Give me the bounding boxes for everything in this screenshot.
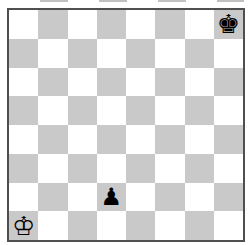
square-a3[interactable] [9,154,38,183]
square-f1[interactable] [155,211,184,240]
square-h6[interactable] [214,68,243,97]
square-b4[interactable] [38,125,67,154]
white-king-piece: ♔ [12,213,35,239]
chess-board: ♚♟♔ [7,8,245,242]
square-e4[interactable] [126,125,155,154]
square-d8[interactable] [97,10,126,39]
cropped-diagram-strip [217,0,244,2]
square-h1[interactable] [214,211,243,240]
square-d2[interactable]: ♟ [97,183,126,212]
square-b7[interactable] [38,39,67,68]
square-d7[interactable] [97,39,126,68]
square-c4[interactable] [68,125,97,154]
square-c8[interactable] [68,10,97,39]
square-d4[interactable] [97,125,126,154]
square-a4[interactable] [9,125,38,154]
square-c3[interactable] [68,154,97,183]
black-king-piece: ♚ [217,11,240,37]
square-f3[interactable] [155,154,184,183]
square-c7[interactable] [68,39,97,68]
square-f6[interactable] [155,68,184,97]
square-a1[interactable]: ♔ [9,211,38,240]
square-b1[interactable] [38,211,67,240]
square-g5[interactable] [185,96,214,125]
square-d6[interactable] [97,68,126,97]
cropped-diagram-strip [158,0,186,2]
square-e5[interactable] [126,96,155,125]
square-g7[interactable] [185,39,214,68]
square-a6[interactable] [9,68,38,97]
square-f2[interactable] [155,183,184,212]
square-c5[interactable] [68,96,97,125]
square-h5[interactable] [214,96,243,125]
square-g1[interactable] [185,211,214,240]
square-c1[interactable] [68,211,97,240]
square-d5[interactable] [97,96,126,125]
square-g2[interactable] [185,183,214,212]
square-h3[interactable] [214,154,243,183]
square-e2[interactable] [126,183,155,212]
square-e8[interactable] [126,10,155,39]
square-d3[interactable] [97,154,126,183]
square-h8[interactable]: ♚ [214,10,243,39]
cropped-diagram-strip [99,0,127,2]
square-h7[interactable] [214,39,243,68]
square-b3[interactable] [38,154,67,183]
square-g3[interactable] [185,154,214,183]
square-f5[interactable] [155,96,184,125]
square-g4[interactable] [185,125,214,154]
square-f4[interactable] [155,125,184,154]
square-h4[interactable] [214,125,243,154]
square-c6[interactable] [68,68,97,97]
square-g8[interactable] [185,10,214,39]
square-e6[interactable] [126,68,155,97]
square-c2[interactable] [68,183,97,212]
square-b2[interactable] [38,183,67,212]
square-a8[interactable] [9,10,38,39]
square-e1[interactable] [126,211,155,240]
square-e3[interactable] [126,154,155,183]
square-a2[interactable] [9,183,38,212]
square-b5[interactable] [38,96,67,125]
square-b8[interactable] [38,10,67,39]
square-a7[interactable] [9,39,38,68]
square-a5[interactable] [9,96,38,125]
square-d1[interactable] [97,211,126,240]
cropped-diagram-strip [40,0,68,2]
square-e7[interactable] [126,39,155,68]
black-pawn-piece: ♟ [101,185,123,209]
square-g6[interactable] [185,68,214,97]
square-f7[interactable] [155,39,184,68]
square-b6[interactable] [38,68,67,97]
square-h2[interactable] [214,183,243,212]
square-f8[interactable] [155,10,184,39]
